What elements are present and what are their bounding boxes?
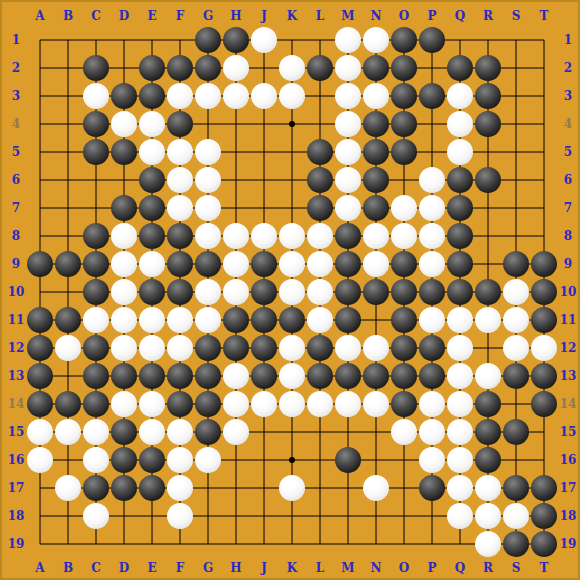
stone-white-G10[interactable]	[195, 279, 221, 305]
stone-black-G14[interactable]	[195, 391, 221, 417]
stone-black-D15[interactable]	[111, 419, 137, 445]
stone-white-Q13[interactable]	[447, 363, 473, 389]
coord-label-4-14x122: 4	[12, 118, 20, 130]
stone-black-F9[interactable]	[167, 251, 193, 277]
stone-white-J1[interactable]	[251, 27, 277, 53]
stone-white-P8[interactable]	[419, 223, 445, 249]
stone-white-E5[interactable]	[139, 139, 165, 165]
stone-white-R13[interactable]	[475, 363, 501, 389]
stone-white-K2[interactable]	[279, 55, 305, 81]
stone-white-L14[interactable]	[307, 391, 333, 417]
stone-white-D14[interactable]	[111, 391, 137, 417]
stone-black-P10[interactable]	[419, 279, 445, 305]
stone-black-L2[interactable]	[307, 55, 333, 81]
stone-black-O11[interactable]	[391, 307, 417, 333]
stone-white-P7[interactable]	[419, 195, 445, 221]
stone-black-O10[interactable]	[391, 279, 417, 305]
stone-white-Q4[interactable]	[447, 111, 473, 137]
stone-white-J3[interactable]	[251, 83, 277, 109]
stone-black-N4[interactable]	[363, 111, 389, 137]
stone-black-M8[interactable]	[335, 223, 361, 249]
stone-white-E12[interactable]	[139, 335, 165, 361]
stone-black-P12[interactable]	[419, 335, 445, 361]
coord-label-9-14x262: 9	[12, 258, 20, 270]
coord-label-8-566x234: 8	[564, 230, 572, 242]
stone-black-P3[interactable]	[419, 83, 445, 109]
stone-black-A9[interactable]	[27, 251, 53, 277]
stone-white-M7[interactable]	[335, 195, 361, 221]
stone-black-C10[interactable]	[83, 279, 109, 305]
stone-black-F14[interactable]	[167, 391, 193, 417]
stone-white-D12[interactable]	[111, 335, 137, 361]
stone-white-P9[interactable]	[419, 251, 445, 277]
coord-label-10-566x290: 10	[560, 286, 577, 298]
stone-white-N8[interactable]	[363, 223, 389, 249]
coord-label-13-14x374: 13	[8, 370, 25, 382]
stone-white-M14[interactable]	[335, 391, 361, 417]
coord-label-11-566x318: 11	[560, 314, 577, 326]
coord-label-10-14x290: 10	[8, 286, 25, 298]
stone-white-G11[interactable]	[195, 307, 221, 333]
stone-black-O4[interactable]	[391, 111, 417, 137]
stone-black-T17[interactable]	[531, 475, 557, 501]
stone-black-E16[interactable]	[139, 447, 165, 473]
stone-black-B9[interactable]	[55, 251, 81, 277]
stone-black-O3[interactable]	[391, 83, 417, 109]
coord-label-G-206x566: G	[203, 562, 213, 574]
stone-white-P6[interactable]	[419, 167, 445, 193]
stone-black-D5[interactable]	[111, 139, 137, 165]
stone-black-F13[interactable]	[167, 363, 193, 389]
stone-white-Q15[interactable]	[447, 419, 473, 445]
stone-white-K3[interactable]	[279, 83, 305, 109]
stone-white-E9[interactable]	[139, 251, 165, 277]
stone-white-N1[interactable]	[363, 27, 389, 53]
stone-white-N12[interactable]	[363, 335, 389, 361]
stone-black-B14[interactable]	[55, 391, 81, 417]
stone-black-P17[interactable]	[419, 475, 445, 501]
stone-black-J10[interactable]	[251, 279, 277, 305]
stone-black-T11[interactable]	[531, 307, 557, 333]
stone-white-F11[interactable]	[167, 307, 193, 333]
coord-label-C-94x14: C	[91, 10, 101, 22]
coord-label-A-38x566: A	[35, 562, 44, 574]
stone-white-G7[interactable]	[195, 195, 221, 221]
stone-black-P1[interactable]	[419, 27, 445, 53]
stone-black-N2[interactable]	[363, 55, 389, 81]
stone-black-Q9[interactable]	[447, 251, 473, 277]
stone-black-A12[interactable]	[27, 335, 53, 361]
stone-white-F3[interactable]	[167, 83, 193, 109]
stone-white-G8[interactable]	[195, 223, 221, 249]
stone-white-F6[interactable]	[167, 167, 193, 193]
stone-black-O12[interactable]	[391, 335, 417, 361]
stone-white-Q3[interactable]	[447, 83, 473, 109]
stone-black-J11[interactable]	[251, 307, 277, 333]
stone-black-D3[interactable]	[111, 83, 137, 109]
stone-black-G13[interactable]	[195, 363, 221, 389]
coord-label-P-430x14: P	[427, 10, 436, 22]
stone-white-H3[interactable]	[223, 83, 249, 109]
stone-white-K17[interactable]	[279, 475, 305, 501]
stone-black-E10[interactable]	[139, 279, 165, 305]
stone-black-L7[interactable]	[307, 195, 333, 221]
stone-black-P13[interactable]	[419, 363, 445, 389]
stone-white-Q5[interactable]	[447, 139, 473, 165]
stone-white-F7[interactable]	[167, 195, 193, 221]
stone-black-S13[interactable]	[503, 363, 529, 389]
stone-white-Q16[interactable]	[447, 447, 473, 473]
coord-label-H-234x14: H	[230, 10, 241, 22]
stone-black-A13[interactable]	[27, 363, 53, 389]
stone-black-H11[interactable]	[223, 307, 249, 333]
stone-white-B12[interactable]	[55, 335, 81, 361]
coord-label-6-14x178: 6	[12, 174, 20, 186]
stone-black-R2[interactable]	[475, 55, 501, 81]
coord-label-F-178x566: F	[176, 562, 185, 574]
stone-black-E6[interactable]	[139, 167, 165, 193]
stone-black-D7[interactable]	[111, 195, 137, 221]
stone-white-M1[interactable]	[335, 27, 361, 53]
stone-white-F12[interactable]	[167, 335, 193, 361]
stone-black-C17[interactable]	[83, 475, 109, 501]
coord-label-19-14x542: 19	[8, 538, 25, 550]
stone-black-C14[interactable]	[83, 391, 109, 417]
stone-white-E15[interactable]	[139, 419, 165, 445]
stone-white-H9[interactable]	[223, 251, 249, 277]
coord-label-M-346x14: M	[341, 10, 354, 22]
stone-white-R18[interactable]	[475, 503, 501, 529]
coord-label-15-14x430: 15	[8, 426, 25, 438]
stone-white-N3[interactable]	[363, 83, 389, 109]
stone-white-F15[interactable]	[167, 419, 193, 445]
stone-black-M16[interactable]	[335, 447, 361, 473]
stone-white-L10[interactable]	[307, 279, 333, 305]
stone-white-O7[interactable]	[391, 195, 417, 221]
stone-white-A15[interactable]	[27, 419, 53, 445]
stone-white-E11[interactable]	[139, 307, 165, 333]
coord-label-7-14x206: 7	[12, 202, 20, 214]
stone-black-A14[interactable]	[27, 391, 53, 417]
stone-white-S18[interactable]	[503, 503, 529, 529]
stone-black-F2[interactable]	[167, 55, 193, 81]
stone-white-B15[interactable]	[55, 419, 81, 445]
stone-black-Q7[interactable]	[447, 195, 473, 221]
coord-label-5-566x150: 5	[564, 146, 572, 158]
stone-white-F17[interactable]	[167, 475, 193, 501]
stone-black-C13[interactable]	[83, 363, 109, 389]
stone-black-T13[interactable]	[531, 363, 557, 389]
stone-white-M12[interactable]	[335, 335, 361, 361]
stone-black-R14[interactable]	[475, 391, 501, 417]
stone-black-M9[interactable]	[335, 251, 361, 277]
stone-white-R11[interactable]	[475, 307, 501, 333]
stone-black-O5[interactable]	[391, 139, 417, 165]
stone-white-G3[interactable]	[195, 83, 221, 109]
stone-white-N14[interactable]	[363, 391, 389, 417]
stone-black-R3[interactable]	[475, 83, 501, 109]
stone-white-C18[interactable]	[83, 503, 109, 529]
stone-white-K8[interactable]	[279, 223, 305, 249]
stone-black-R6[interactable]	[475, 167, 501, 193]
stone-white-N9[interactable]	[363, 251, 389, 277]
goban[interactable]: AABBCCDDEEFFGGHHJJKKLLMMNNOOPPQQRRSSTT11…	[0, 0, 580, 580]
stone-white-H13[interactable]	[223, 363, 249, 389]
stone-black-G1[interactable]	[195, 27, 221, 53]
stone-black-G12[interactable]	[195, 335, 221, 361]
coord-label-18-566x514: 18	[560, 510, 577, 522]
stone-black-F4[interactable]	[167, 111, 193, 137]
stone-black-J13[interactable]	[251, 363, 277, 389]
coord-label-L-318x14: L	[316, 10, 324, 22]
stone-black-N13[interactable]	[363, 363, 389, 389]
stone-white-A16[interactable]	[27, 447, 53, 473]
stone-black-M13[interactable]	[335, 363, 361, 389]
stone-white-C16[interactable]	[83, 447, 109, 473]
coord-label-A-38x14: A	[35, 10, 44, 22]
coord-label-12-566x346: 12	[560, 342, 577, 354]
stone-white-K12[interactable]	[279, 335, 305, 361]
stone-black-L5[interactable]	[307, 139, 333, 165]
stone-black-S9[interactable]	[503, 251, 529, 277]
stone-black-R10[interactable]	[475, 279, 501, 305]
coord-label-1-566x38: 1	[564, 34, 572, 46]
stone-black-R15[interactable]	[475, 419, 501, 445]
coord-label-B-66x14: B	[63, 10, 73, 22]
stone-white-O8[interactable]	[391, 223, 417, 249]
stone-black-G9[interactable]	[195, 251, 221, 277]
stone-black-C2[interactable]	[83, 55, 109, 81]
stone-black-M10[interactable]	[335, 279, 361, 305]
coord-label-D-122x566: D	[119, 562, 129, 574]
stone-white-D4[interactable]	[111, 111, 137, 137]
coord-label-K-290x14: K	[287, 10, 297, 22]
stone-white-D8[interactable]	[111, 223, 137, 249]
coord-label-13-566x374: 13	[560, 370, 577, 382]
stone-black-E13[interactable]	[139, 363, 165, 389]
stone-black-E8[interactable]	[139, 223, 165, 249]
stone-white-P15[interactable]	[419, 419, 445, 445]
stone-black-L12[interactable]	[307, 335, 333, 361]
stone-white-H2[interactable]	[223, 55, 249, 81]
stone-white-J14[interactable]	[251, 391, 277, 417]
stone-white-P14[interactable]	[419, 391, 445, 417]
coord-label-2-566x66: 2	[564, 62, 572, 74]
coord-label-Q-458x14: Q	[455, 10, 465, 22]
stone-white-Q17[interactable]	[447, 475, 473, 501]
coord-label-14-14x402: 14	[8, 398, 25, 410]
coord-label-T-542x566: T	[540, 562, 549, 574]
coord-label-4-566x122: 4	[564, 118, 572, 130]
stone-black-O1[interactable]	[391, 27, 417, 53]
coord-label-7-566x206: 7	[564, 202, 572, 214]
stone-black-C8[interactable]	[83, 223, 109, 249]
stone-white-G6[interactable]	[195, 167, 221, 193]
stone-white-N17[interactable]	[363, 475, 389, 501]
stone-white-M4[interactable]	[335, 111, 361, 137]
coord-label-L-318x566: L	[316, 562, 324, 574]
stone-black-N10[interactable]	[363, 279, 389, 305]
stone-white-F5[interactable]	[167, 139, 193, 165]
coord-label-B-66x566: B	[63, 562, 73, 574]
stone-black-Q2[interactable]	[447, 55, 473, 81]
stone-black-T10[interactable]	[531, 279, 557, 305]
stone-white-S11[interactable]	[503, 307, 529, 333]
coord-label-Q-458x566: Q	[455, 562, 465, 574]
stone-black-T19[interactable]	[531, 531, 557, 557]
stone-white-C11[interactable]	[83, 307, 109, 333]
stone-white-S12[interactable]	[503, 335, 529, 361]
coord-label-D-122x14: D	[119, 10, 129, 22]
stone-black-N7[interactable]	[363, 195, 389, 221]
stone-white-R17[interactable]	[475, 475, 501, 501]
stone-black-T9[interactable]	[531, 251, 557, 277]
coord-label-12-14x346: 12	[8, 342, 25, 354]
stone-black-N5[interactable]	[363, 139, 389, 165]
stone-white-K9[interactable]	[279, 251, 305, 277]
stone-white-K10[interactable]	[279, 279, 305, 305]
stone-black-Q6[interactable]	[447, 167, 473, 193]
stone-black-N6[interactable]	[363, 167, 389, 193]
stone-white-L8[interactable]	[307, 223, 333, 249]
stone-black-Q8[interactable]	[447, 223, 473, 249]
stone-black-G2[interactable]	[195, 55, 221, 81]
stone-black-R4[interactable]	[475, 111, 501, 137]
stone-white-E4[interactable]	[139, 111, 165, 137]
stone-white-P11[interactable]	[419, 307, 445, 333]
stone-black-C12[interactable]	[83, 335, 109, 361]
coord-label-O-402x566: O	[399, 562, 409, 574]
stone-white-H15[interactable]	[223, 419, 249, 445]
stone-white-D11[interactable]	[111, 307, 137, 333]
stone-black-L13[interactable]	[307, 363, 333, 389]
stone-white-Q14[interactable]	[447, 391, 473, 417]
stone-white-L11[interactable]	[307, 307, 333, 333]
stone-black-A11[interactable]	[27, 307, 53, 333]
coord-label-G-206x14: G	[203, 10, 213, 22]
stone-white-D9[interactable]	[111, 251, 137, 277]
stone-white-F18[interactable]	[167, 503, 193, 529]
coord-label-1-14x38: 1	[12, 34, 20, 46]
stone-white-K14[interactable]	[279, 391, 305, 417]
coord-label-C-94x566: C	[91, 562, 101, 574]
coord-label-N-374x14: N	[371, 10, 382, 22]
stone-black-O2[interactable]	[391, 55, 417, 81]
stone-white-L9[interactable]	[307, 251, 333, 277]
coord-label-5-14x150: 5	[12, 146, 20, 158]
stone-white-H14[interactable]	[223, 391, 249, 417]
coord-label-T-542x14: T	[540, 10, 549, 22]
stone-black-K11[interactable]	[279, 307, 305, 333]
coord-label-F-178x14: F	[176, 10, 185, 22]
stone-white-G16[interactable]	[195, 447, 221, 473]
coord-label-9-566x262: 9	[564, 258, 572, 270]
stone-black-O9[interactable]	[391, 251, 417, 277]
stone-white-C15[interactable]	[83, 419, 109, 445]
stone-black-S15[interactable]	[503, 419, 529, 445]
stone-black-H1[interactable]	[223, 27, 249, 53]
stone-black-H12[interactable]	[223, 335, 249, 361]
stone-black-S17[interactable]	[503, 475, 529, 501]
stone-white-G5[interactable]	[195, 139, 221, 165]
stone-white-O15[interactable]	[391, 419, 417, 445]
stone-white-F16[interactable]	[167, 447, 193, 473]
coord-label-18-14x514: 18	[8, 510, 25, 522]
stone-white-P16[interactable]	[419, 447, 445, 473]
stone-black-T18[interactable]	[531, 503, 557, 529]
stone-black-R16[interactable]	[475, 447, 501, 473]
stone-white-M5[interactable]	[335, 139, 361, 165]
stone-black-C9[interactable]	[83, 251, 109, 277]
stone-black-E17[interactable]	[139, 475, 165, 501]
stone-black-C5[interactable]	[83, 139, 109, 165]
coord-label-2-14x66: 2	[12, 62, 20, 74]
coord-label-R-486x566: R	[483, 562, 493, 574]
stone-black-T14[interactable]	[531, 391, 557, 417]
stone-white-D10[interactable]	[111, 279, 137, 305]
stone-black-D16[interactable]	[111, 447, 137, 473]
coord-label-16-14x458: 16	[8, 454, 25, 466]
stone-black-Q10[interactable]	[447, 279, 473, 305]
stone-white-C3[interactable]	[83, 83, 109, 109]
stone-white-M2[interactable]	[335, 55, 361, 81]
coord-label-S-514x14: S	[512, 10, 521, 22]
stone-black-O14[interactable]	[391, 391, 417, 417]
stone-white-J8[interactable]	[251, 223, 277, 249]
stone-white-Q12[interactable]	[447, 335, 473, 361]
coord-label-J-262x566: J	[261, 562, 267, 574]
stone-white-H8[interactable]	[223, 223, 249, 249]
stone-white-T12[interactable]	[531, 335, 557, 361]
coord-label-3-566x94: 3	[564, 90, 572, 102]
stone-black-F10[interactable]	[167, 279, 193, 305]
stone-white-B17[interactable]	[55, 475, 81, 501]
stone-white-E14[interactable]	[139, 391, 165, 417]
coord-label-J-262x14: J	[261, 10, 267, 22]
stone-white-S10[interactable]	[503, 279, 529, 305]
stone-black-F8[interactable]	[167, 223, 193, 249]
stone-white-H10[interactable]	[223, 279, 249, 305]
stone-black-D13[interactable]	[111, 363, 137, 389]
stone-black-D17[interactable]	[111, 475, 137, 501]
stone-black-J9[interactable]	[251, 251, 277, 277]
stone-black-O13[interactable]	[391, 363, 417, 389]
stone-black-C4[interactable]	[83, 111, 109, 137]
stone-black-B11[interactable]	[55, 307, 81, 333]
stone-black-M11[interactable]	[335, 307, 361, 333]
coord-label-3-14x94: 3	[12, 90, 20, 102]
stone-white-Q11[interactable]	[447, 307, 473, 333]
coord-label-M-346x566: M	[341, 562, 354, 574]
stone-black-E2[interactable]	[139, 55, 165, 81]
stone-white-R19[interactable]	[475, 531, 501, 557]
coord-label-16-566x458: 16	[560, 454, 577, 466]
coord-label-17-14x486: 17	[8, 482, 25, 494]
stone-black-G15[interactable]	[195, 419, 221, 445]
stone-black-E3[interactable]	[139, 83, 165, 109]
stone-black-E7[interactable]	[139, 195, 165, 221]
stone-white-Q18[interactable]	[447, 503, 473, 529]
stone-white-K13[interactable]	[279, 363, 305, 389]
coord-label-N-374x566: N	[371, 562, 382, 574]
coord-label-P-430x566: P	[427, 562, 436, 574]
coord-label-R-486x14: R	[483, 10, 493, 22]
stone-black-L6[interactable]	[307, 167, 333, 193]
stone-white-M6[interactable]	[335, 167, 361, 193]
stone-black-S19[interactable]	[503, 531, 529, 557]
stone-white-M3[interactable]	[335, 83, 361, 109]
stone-black-J12[interactable]	[251, 335, 277, 361]
